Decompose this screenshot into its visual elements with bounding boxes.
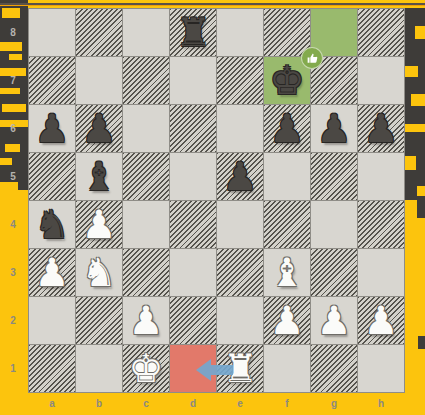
- piece-white-pawn[interactable]: ♟: [358, 297, 404, 344]
- rank-label-7: 7: [0, 74, 26, 88]
- piece-white-pawn[interactable]: ♟: [29, 249, 75, 296]
- file-label-a: a: [29, 397, 75, 411]
- square-e2[interactable]: [217, 297, 263, 344]
- square-f2[interactable]: ♟: [264, 297, 310, 344]
- square-g4[interactable]: [311, 201, 357, 248]
- rank-label-3: 3: [0, 266, 26, 280]
- square-b6[interactable]: ♟: [76, 105, 122, 152]
- square-c2[interactable]: ♟: [123, 297, 169, 344]
- square-e3[interactable]: [217, 249, 263, 296]
- good-move-badge: [301, 47, 323, 69]
- square-a4[interactable]: ♞: [29, 201, 75, 248]
- rank-label-5: 5: [0, 170, 26, 184]
- square-h4[interactable]: [358, 201, 404, 248]
- square-f5[interactable]: [264, 153, 310, 200]
- square-g2[interactable]: ♟: [311, 297, 357, 344]
- square-d4[interactable]: [170, 201, 216, 248]
- board: ♜♚♟♟♟♟♟♝♟♞♟♟♞♝♟♟♟♟♚♜: [28, 8, 405, 393]
- square-a8[interactable]: [29, 9, 75, 56]
- square-b8[interactable]: [76, 9, 122, 56]
- square-d6[interactable]: [170, 105, 216, 152]
- square-a2[interactable]: [29, 297, 75, 344]
- square-g5[interactable]: [311, 153, 357, 200]
- square-b7[interactable]: [76, 57, 122, 104]
- piece-white-pawn[interactable]: ♟: [311, 297, 357, 344]
- move-arrow: [195, 356, 233, 384]
- piece-black-bishop[interactable]: ♝: [76, 153, 122, 200]
- square-c4[interactable]: [123, 201, 169, 248]
- rank-label-6: 6: [0, 122, 26, 136]
- rank-label-4: 4: [0, 218, 26, 232]
- piece-white-pawn[interactable]: ♟: [264, 297, 310, 344]
- square-h6[interactable]: ♟: [358, 105, 404, 152]
- file-label-e: e: [217, 397, 263, 411]
- piece-black-knight[interactable]: ♞: [29, 201, 75, 248]
- square-h8[interactable]: [358, 9, 404, 56]
- square-a7[interactable]: [29, 57, 75, 104]
- file-label-b: b: [76, 397, 122, 411]
- piece-white-pawn[interactable]: ♟: [76, 201, 122, 248]
- file-label-g: g: [311, 397, 357, 411]
- square-h3[interactable]: [358, 249, 404, 296]
- square-a5[interactable]: [29, 153, 75, 200]
- file-label-c: c: [123, 397, 169, 411]
- square-c6[interactable]: [123, 105, 169, 152]
- square-g3[interactable]: [311, 249, 357, 296]
- piece-black-pawn[interactable]: ♟: [264, 105, 310, 152]
- square-d5[interactable]: [170, 153, 216, 200]
- square-c5[interactable]: [123, 153, 169, 200]
- square-f1[interactable]: [264, 345, 310, 392]
- square-h5[interactable]: [358, 153, 404, 200]
- piece-white-pawn[interactable]: ♟: [123, 297, 169, 344]
- square-h2[interactable]: ♟: [358, 297, 404, 344]
- rank-label-8: 8: [0, 26, 26, 40]
- square-d8[interactable]: ♜: [170, 9, 216, 56]
- square-f6[interactable]: ♟: [264, 105, 310, 152]
- square-f3[interactable]: ♝: [264, 249, 310, 296]
- piece-white-bishop[interactable]: ♝: [264, 249, 310, 296]
- square-b1[interactable]: [76, 345, 122, 392]
- square-c1[interactable]: ♚: [123, 345, 169, 392]
- square-f8[interactable]: [264, 9, 310, 56]
- file-label-d: d: [170, 397, 216, 411]
- piece-white-knight[interactable]: ♞: [76, 249, 122, 296]
- square-e5[interactable]: ♟: [217, 153, 263, 200]
- rank-label-2: 2: [0, 314, 26, 328]
- square-c3[interactable]: [123, 249, 169, 296]
- piece-black-pawn[interactable]: ♟: [311, 105, 357, 152]
- file-label-f: f: [264, 397, 310, 411]
- piece-black-pawn[interactable]: ♟: [29, 105, 75, 152]
- piece-black-pawn[interactable]: ♟: [358, 105, 404, 152]
- rank-label-1: 1: [0, 362, 26, 376]
- square-h1[interactable]: [358, 345, 404, 392]
- piece-black-rook[interactable]: ♜: [170, 9, 216, 56]
- square-e7[interactable]: [217, 57, 263, 104]
- square-a6[interactable]: ♟: [29, 105, 75, 152]
- square-g1[interactable]: [311, 345, 357, 392]
- square-d2[interactable]: [170, 297, 216, 344]
- piece-white-king[interactable]: ♚: [123, 345, 169, 392]
- square-d3[interactable]: [170, 249, 216, 296]
- square-h7[interactable]: [358, 57, 404, 104]
- square-b4[interactable]: ♟: [76, 201, 122, 248]
- square-b5[interactable]: ♝: [76, 153, 122, 200]
- square-a3[interactable]: ♟: [29, 249, 75, 296]
- frame-top-accent-line: [0, 5, 425, 6]
- square-b3[interactable]: ♞: [76, 249, 122, 296]
- square-e6[interactable]: [217, 105, 263, 152]
- thumbs-up-icon: [306, 52, 319, 65]
- square-e8[interactable]: [217, 9, 263, 56]
- square-c8[interactable]: [123, 9, 169, 56]
- square-g6[interactable]: ♟: [311, 105, 357, 152]
- piece-black-pawn[interactable]: ♟: [76, 105, 122, 152]
- square-c7[interactable]: [123, 57, 169, 104]
- file-label-h: h: [358, 397, 404, 411]
- square-d7[interactable]: [170, 57, 216, 104]
- square-a1[interactable]: [29, 345, 75, 392]
- piece-black-pawn[interactable]: ♟: [217, 153, 263, 200]
- square-b2[interactable]: [76, 297, 122, 344]
- square-f4[interactable]: [264, 201, 310, 248]
- square-e4[interactable]: [217, 201, 263, 248]
